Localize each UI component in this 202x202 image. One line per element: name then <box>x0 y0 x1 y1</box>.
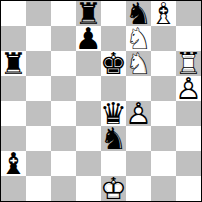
square-a6[interactable]: ♜ <box>1 51 26 76</box>
square-f1[interactable] <box>126 176 151 201</box>
square-b8[interactable] <box>26 1 51 26</box>
piece-glyph: ♞ <box>101 126 126 151</box>
piece-glyph: ♔ <box>101 176 126 201</box>
square-f4[interactable]: ♟♙ <box>126 101 151 126</box>
white-pawn[interactable]: ♟♙ <box>126 101 151 126</box>
piece-glyph: ♗ <box>151 1 176 26</box>
piece-glyph: ♜ <box>1 51 26 76</box>
square-f3[interactable] <box>126 126 151 151</box>
white-king[interactable]: ♚♔ <box>101 176 126 201</box>
square-c1[interactable] <box>51 176 76 201</box>
square-c4[interactable] <box>51 101 76 126</box>
square-d5[interactable] <box>76 76 101 101</box>
piece-glyph: ♝ <box>1 151 26 176</box>
square-a1[interactable] <box>1 176 26 201</box>
square-c5[interactable] <box>51 76 76 101</box>
black-knight[interactable]: ♞ <box>101 126 126 151</box>
square-g6[interactable] <box>151 51 176 76</box>
square-h3[interactable] <box>176 126 201 151</box>
square-b4[interactable] <box>26 101 51 126</box>
square-d4[interactable] <box>76 101 101 126</box>
square-f2[interactable] <box>126 151 151 176</box>
square-c2[interactable] <box>51 151 76 176</box>
black-pawn[interactable]: ♟ <box>76 26 101 51</box>
square-g3[interactable] <box>151 126 176 151</box>
square-b6[interactable] <box>26 51 51 76</box>
square-d6[interactable] <box>76 51 101 76</box>
square-h2[interactable] <box>176 151 201 176</box>
square-f6[interactable]: ♞♘ <box>126 51 151 76</box>
square-b3[interactable] <box>26 126 51 151</box>
square-e1[interactable]: ♚♔ <box>101 176 126 201</box>
square-b1[interactable] <box>26 176 51 201</box>
square-b2[interactable] <box>26 151 51 176</box>
square-d2[interactable] <box>76 151 101 176</box>
square-h1[interactable] <box>176 176 201 201</box>
square-d3[interactable] <box>76 126 101 151</box>
square-g8[interactable]: ♝♗ <box>151 1 176 26</box>
white-bishop[interactable]: ♝♗ <box>151 1 176 26</box>
square-g1[interactable] <box>151 176 176 201</box>
piece-glyph: ♚ <box>101 51 126 76</box>
square-g7[interactable] <box>151 26 176 51</box>
chess-board: ♜♞♝♗♟♞♘♜♚♞♘♜♖♟♙♛♟♙♞♝♚♔ <box>0 0 202 202</box>
square-e3[interactable]: ♞ <box>101 126 126 151</box>
square-a4[interactable] <box>1 101 26 126</box>
square-h4[interactable] <box>176 101 201 126</box>
square-c6[interactable] <box>51 51 76 76</box>
square-d7[interactable]: ♟ <box>76 26 101 51</box>
black-king[interactable]: ♚ <box>101 51 126 76</box>
square-g2[interactable] <box>151 151 176 176</box>
square-b7[interactable] <box>26 26 51 51</box>
square-a8[interactable] <box>1 1 26 26</box>
white-knight[interactable]: ♞♘ <box>126 51 151 76</box>
square-h8[interactable] <box>176 1 201 26</box>
square-d1[interactable] <box>76 176 101 201</box>
square-a2[interactable]: ♝ <box>1 151 26 176</box>
square-g4[interactable] <box>151 101 176 126</box>
piece-glyph: ♙ <box>126 101 151 126</box>
square-c3[interactable] <box>51 126 76 151</box>
white-pawn[interactable]: ♟♙ <box>176 76 201 101</box>
piece-glyph: ♙ <box>176 76 201 101</box>
piece-glyph: ♘ <box>126 51 151 76</box>
square-h5[interactable]: ♟♙ <box>176 76 201 101</box>
square-a5[interactable] <box>1 76 26 101</box>
square-e8[interactable] <box>101 1 126 26</box>
black-bishop[interactable]: ♝ <box>1 151 26 176</box>
square-e6[interactable]: ♚ <box>101 51 126 76</box>
black-rook[interactable]: ♜ <box>1 51 26 76</box>
piece-glyph: ♟ <box>76 26 101 51</box>
square-g5[interactable] <box>151 76 176 101</box>
square-b5[interactable] <box>26 76 51 101</box>
square-c7[interactable] <box>51 26 76 51</box>
square-c8[interactable] <box>51 1 76 26</box>
